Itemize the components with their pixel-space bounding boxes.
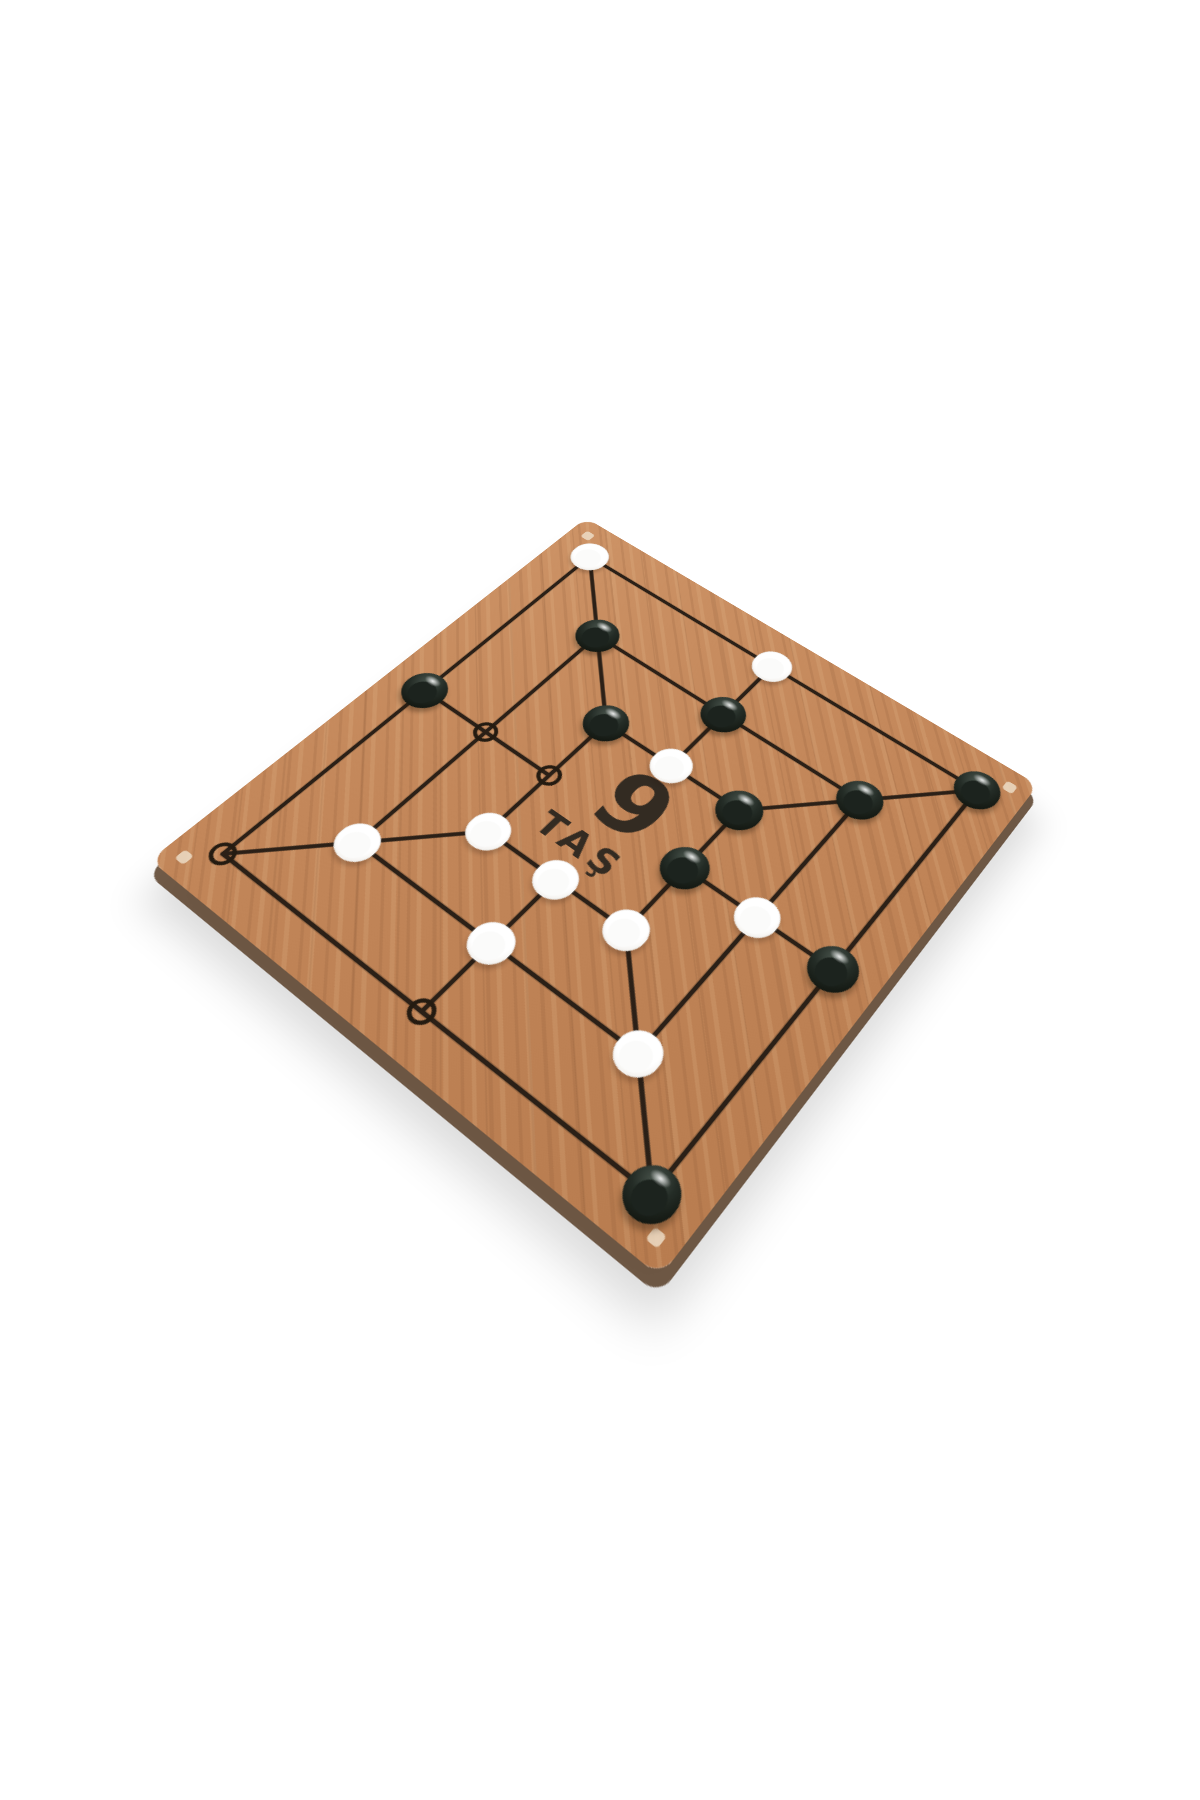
- product-photo-scene: 9 TAŞ ●●●●●●●●●●●●●●●●●●●●: [0, 0, 1200, 1800]
- morris-board: 9 TAŞ ●●●●●●●●●●●●●●●●●●●●: [150, 518, 1038, 1277]
